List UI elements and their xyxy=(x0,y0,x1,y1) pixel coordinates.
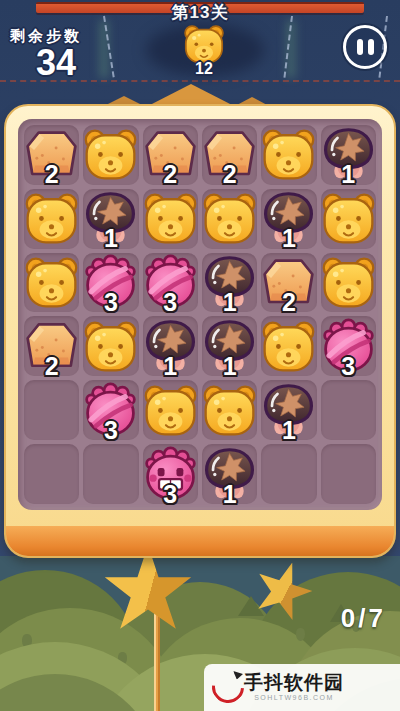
piece-mushroom-icon: 1 xyxy=(143,318,198,375)
board-cell[interactable]: 3 xyxy=(83,380,138,440)
board-field: 2 2 2 1 1 xyxy=(18,119,382,510)
board-cell-empty xyxy=(321,444,376,504)
board-cell[interactable]: 3 xyxy=(321,316,376,376)
piece-bear-icon xyxy=(202,190,257,247)
board-cell[interactable]: 2 xyxy=(24,316,79,376)
piece-bear-icon xyxy=(143,382,198,439)
board-cell[interactable] xyxy=(202,189,257,249)
piece-count: 2 xyxy=(45,354,59,379)
piece-block-icon: 2 xyxy=(202,126,257,183)
board-cell[interactable] xyxy=(321,189,376,249)
piece-count: 3 xyxy=(163,482,177,507)
game-board: 2 2 2 1 1 xyxy=(4,104,396,558)
piece-count: 2 xyxy=(282,290,296,315)
piece-candy-icon: 3 xyxy=(143,446,198,503)
piece-bear-icon xyxy=(24,190,79,247)
piece-block-icon: 2 xyxy=(24,318,79,375)
piece-bear-icon xyxy=(202,382,257,439)
board-cell-empty xyxy=(24,380,79,440)
board-cell-empty xyxy=(321,380,376,440)
piece-bear-icon xyxy=(83,126,138,183)
piece-count: 2 xyxy=(45,162,59,187)
piece-count: 1 xyxy=(163,354,177,379)
piece-bear-icon xyxy=(321,254,376,311)
board-cell-empty xyxy=(83,444,138,504)
gummy-bear-goal-icon xyxy=(183,24,225,64)
piece-bear-icon xyxy=(143,190,198,247)
pause-icon xyxy=(357,39,363,55)
board-cell[interactable]: 1 xyxy=(83,189,138,249)
board-cell[interactable] xyxy=(83,125,138,185)
board-cell[interactable] xyxy=(202,380,257,440)
piece-mushroom-icon: 1 xyxy=(321,126,376,183)
board-cell[interactable]: 3 xyxy=(83,253,138,313)
star-progress-counter: 0/7 xyxy=(341,603,386,634)
piece-count: 1 xyxy=(282,418,296,443)
board-cell[interactable]: 1 xyxy=(202,444,257,504)
piece-count: 1 xyxy=(282,226,296,251)
board-grid: 2 2 2 1 1 xyxy=(24,125,376,504)
piece-count: 3 xyxy=(104,290,118,315)
board-cell[interactable] xyxy=(321,253,376,313)
piece-count: 1 xyxy=(223,482,237,507)
board-cell[interactable]: 1 xyxy=(261,189,316,249)
piece-count: 3 xyxy=(341,354,355,379)
piece-count: 3 xyxy=(163,290,177,315)
piece-bear-icon xyxy=(261,318,316,375)
piece-mushroom-icon: 1 xyxy=(202,446,257,503)
board-cell-empty xyxy=(261,444,316,504)
board-cell[interactable]: 1 xyxy=(261,380,316,440)
game-screen: 第13关 剩余步数 34 12 xyxy=(0,0,400,711)
board-cell[interactable]: 3 xyxy=(143,253,198,313)
board-cell[interactable] xyxy=(261,125,316,185)
board-cell[interactable]: 3 xyxy=(143,444,198,504)
board-cell[interactable]: 2 xyxy=(202,125,257,185)
piece-candy-icon: 3 xyxy=(83,382,138,439)
watermark: 手抖软件园 SOHLTW96B.COM xyxy=(204,664,400,711)
board-cell[interactable]: 1 xyxy=(202,253,257,313)
board-cell[interactable] xyxy=(143,189,198,249)
piece-candy-icon: 3 xyxy=(321,318,376,375)
board-cell[interactable] xyxy=(143,380,198,440)
board-cell[interactable] xyxy=(83,316,138,376)
piece-count: 3 xyxy=(104,418,118,443)
piece-mushroom-icon: 1 xyxy=(202,318,257,375)
piece-count: 1 xyxy=(104,226,118,251)
goal-count: 12 xyxy=(183,60,225,78)
piece-bear-icon xyxy=(24,254,79,311)
level-title: 第13关 xyxy=(0,1,400,24)
piece-block-icon: 2 xyxy=(143,126,198,183)
piece-mushroom-icon: 1 xyxy=(261,382,316,439)
piece-bear-icon xyxy=(321,190,376,247)
piece-block-icon: 2 xyxy=(24,126,79,183)
piece-count: 1 xyxy=(223,354,237,379)
piece-block-icon: 2 xyxy=(261,254,316,311)
board-cell[interactable] xyxy=(261,316,316,376)
piece-count: 2 xyxy=(163,162,177,187)
board-cell[interactable]: 1 xyxy=(202,316,257,376)
board-cell[interactable]: 1 xyxy=(143,316,198,376)
piece-count: 2 xyxy=(223,162,237,187)
piece-candy-icon: 3 xyxy=(143,254,198,311)
piece-mushroom-icon: 1 xyxy=(202,254,257,311)
piece-candy-icon: 3 xyxy=(83,254,138,311)
piece-mushroom-icon: 1 xyxy=(83,190,138,247)
piece-bear-icon xyxy=(83,318,138,375)
piece-bear-icon xyxy=(261,126,316,183)
piece-mushroom-icon: 1 xyxy=(261,190,316,247)
watermark-subtitle: SOHLTW96B.COM xyxy=(254,694,334,702)
board-cell-empty xyxy=(24,444,79,504)
steps-value: 34 xyxy=(6,42,106,84)
board-cell[interactable]: 1 xyxy=(321,125,376,185)
watermark-title: 手抖软件园 xyxy=(244,673,344,694)
board-cell[interactable]: 2 xyxy=(143,125,198,185)
pause-button[interactable] xyxy=(343,25,387,69)
board-cell[interactable] xyxy=(24,189,79,249)
board-cell[interactable]: 2 xyxy=(261,253,316,313)
piece-count: 1 xyxy=(341,162,355,187)
pause-icon xyxy=(368,39,374,55)
board-cell[interactable] xyxy=(24,253,79,313)
star-peak-decoration xyxy=(148,84,234,106)
board-cell[interactable]: 2 xyxy=(24,125,79,185)
piece-count: 1 xyxy=(223,290,237,315)
